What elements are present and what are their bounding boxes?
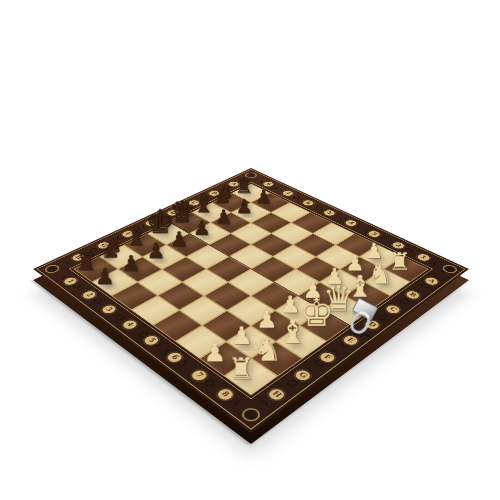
coordinate-label-7: 7 — [280, 189, 296, 197]
board-perspective-wrap: 87654321 12345678 ABCDEFGH ABCDEFGH ♜♟♟♜… — [97, 115, 405, 423]
coordinate-label-6: 6 — [300, 199, 317, 207]
coordinate-label-e: E — [142, 219, 159, 228]
piece-white-pawn: ♟ — [345, 253, 364, 273]
corner-medallion — [440, 263, 460, 275]
coordinate-label-1: 1 — [61, 276, 80, 287]
coordinate-label-1: 1 — [414, 252, 433, 262]
coordinate-label-7: 7 — [188, 367, 211, 383]
square-e6 — [187, 245, 228, 268]
coordinate-label-5: 5 — [321, 209, 338, 218]
coordinate-label-4: 4 — [342, 219, 359, 228]
coordinate-label-6: 6 — [164, 350, 186, 365]
coordinate-label-2: 2 — [389, 240, 407, 250]
coordinate-label-d: D — [164, 209, 181, 218]
coordinate-label-a: A — [422, 276, 441, 287]
coordinate-label-g: G — [95, 240, 113, 250]
coordinate-label-c: C — [186, 199, 203, 207]
coordinate-label-h: H — [265, 386, 289, 403]
coordinate-label-g: G — [291, 367, 314, 383]
chess-board: 87654321 12345678 ABCDEFGH ABCDEFGH ♜♟♟♜… — [33, 168, 469, 433]
coordinate-label-b: B — [206, 189, 222, 197]
coordinate-label-a: A — [226, 180, 242, 188]
coordinate-label-4: 4 — [119, 318, 140, 331]
coordinate-label-3: 3 — [365, 229, 383, 238]
coordinate-label-5: 5 — [141, 334, 163, 348]
square-a3 — [337, 234, 377, 256]
corner-medallion — [243, 171, 260, 179]
piece-white-pawn: ♟ — [325, 266, 345, 287]
corner-medallion — [238, 405, 264, 424]
coordinate-label-8: 8 — [261, 180, 277, 188]
coordinate-label-2: 2 — [79, 289, 99, 301]
coordinate-label-3: 3 — [99, 303, 119, 316]
coordinate-label-h: H — [69, 252, 88, 262]
coordinate-label-f: F — [119, 229, 137, 238]
coordinate-label-b: B — [403, 289, 423, 301]
coordinate-label-f: F — [316, 350, 338, 365]
product-photo-chess-set: 87654321 12345678 ABCDEFGH ABCDEFGH ♜♟♟♜… — [0, 0, 500, 500]
coordinate-label-8: 8 — [213, 386, 237, 403]
corner-medallion — [42, 263, 62, 275]
